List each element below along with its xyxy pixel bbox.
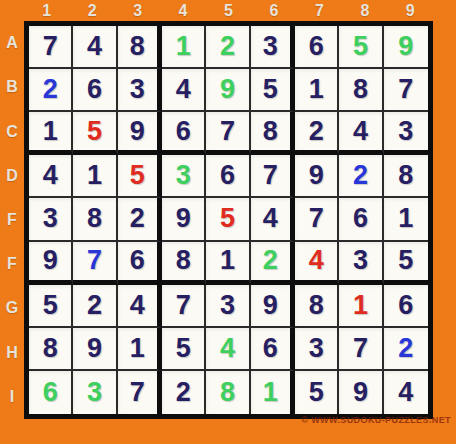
cell-F2[interactable]: 8 xyxy=(73,198,117,241)
row-label-2-B: B xyxy=(0,65,24,109)
cell-I4[interactable]: 2 xyxy=(162,371,206,414)
cell-D8[interactable]: 2 xyxy=(339,155,383,198)
cell-C3[interactable]: 9 xyxy=(118,112,162,155)
cell-F1[interactable]: 3 xyxy=(29,198,73,241)
col-label-4: 4 xyxy=(160,0,205,21)
row-label-3-C: C xyxy=(0,109,24,153)
cell-F1[interactable]: 9 xyxy=(29,242,73,285)
cell-F9[interactable]: 5 xyxy=(384,242,428,285)
cell-D4[interactable]: 3 xyxy=(162,155,206,198)
cell-I3[interactable]: 7 xyxy=(118,371,162,414)
cell-C6[interactable]: 8 xyxy=(251,112,295,155)
col-label-8: 8 xyxy=(342,0,387,21)
cell-F6[interactable]: 2 xyxy=(251,242,295,285)
cell-B2[interactable]: 6 xyxy=(73,69,117,112)
cell-C8[interactable]: 4 xyxy=(339,112,383,155)
cell-B9[interactable]: 7 xyxy=(384,69,428,112)
cell-G5[interactable]: 3 xyxy=(206,285,250,328)
cell-H1[interactable]: 8 xyxy=(29,328,73,371)
cell-H8[interactable]: 7 xyxy=(339,328,383,371)
cell-A4[interactable]: 1 xyxy=(162,26,206,69)
cell-H7[interactable]: 3 xyxy=(295,328,339,371)
cell-D2[interactable]: 1 xyxy=(73,155,117,198)
row-label-7-G: G xyxy=(0,286,24,330)
cell-H9[interactable]: 2 xyxy=(384,328,428,371)
cell-F7[interactable]: 4 xyxy=(295,242,339,285)
cell-D3[interactable]: 5 xyxy=(118,155,162,198)
column-labels: 123456789 xyxy=(24,0,433,21)
cell-D9[interactable]: 8 xyxy=(384,155,428,198)
cell-F5[interactable]: 5 xyxy=(206,198,250,241)
cell-C7[interactable]: 2 xyxy=(295,112,339,155)
cell-H4[interactable]: 5 xyxy=(162,328,206,371)
cell-F8[interactable]: 6 xyxy=(339,198,383,241)
cell-G9[interactable]: 6 xyxy=(384,285,428,328)
cell-A3[interactable]: 8 xyxy=(118,26,162,69)
cell-H6[interactable]: 6 xyxy=(251,328,295,371)
cell-I1[interactable]: 6 xyxy=(29,371,73,414)
cell-B5[interactable]: 9 xyxy=(206,69,250,112)
cell-H5[interactable]: 4 xyxy=(206,328,250,371)
cell-D7[interactable]: 9 xyxy=(295,155,339,198)
cell-G3[interactable]: 4 xyxy=(118,285,162,328)
sudoku-page: 123456789 ABCDFFGHI 74812365926349518715… xyxy=(0,0,456,444)
cell-F2[interactable]: 7 xyxy=(73,242,117,285)
cell-F8[interactable]: 3 xyxy=(339,242,383,285)
row-label-6-F: F xyxy=(0,242,24,286)
cell-C1[interactable]: 1 xyxy=(29,112,73,155)
cell-I8[interactable]: 9 xyxy=(339,371,383,414)
cell-B1[interactable]: 2 xyxy=(29,69,73,112)
cell-D1[interactable]: 4 xyxy=(29,155,73,198)
cell-I5[interactable]: 8 xyxy=(206,371,250,414)
cell-H2[interactable]: 9 xyxy=(73,328,117,371)
cell-C2[interactable]: 5 xyxy=(73,112,117,155)
cell-G4[interactable]: 7 xyxy=(162,285,206,328)
cell-A1[interactable]: 7 xyxy=(29,26,73,69)
cell-F5[interactable]: 1 xyxy=(206,242,250,285)
cell-D6[interactable]: 7 xyxy=(251,155,295,198)
cell-B7[interactable]: 1 xyxy=(295,69,339,112)
cell-G8[interactable]: 1 xyxy=(339,285,383,328)
cell-A5[interactable]: 2 xyxy=(206,26,250,69)
cell-F4[interactable]: 8 xyxy=(162,242,206,285)
cell-A2[interactable]: 4 xyxy=(73,26,117,69)
watermark: © WWW.SUDOKU-PUZZLES.NET xyxy=(301,415,451,425)
row-label-1-A: A xyxy=(0,21,24,65)
col-label-3: 3 xyxy=(115,0,160,21)
cell-F4[interactable]: 9 xyxy=(162,198,206,241)
cell-G2[interactable]: 2 xyxy=(73,285,117,328)
cell-F3[interactable]: 6 xyxy=(118,242,162,285)
cell-C5[interactable]: 7 xyxy=(206,112,250,155)
cell-B3[interactable]: 3 xyxy=(118,69,162,112)
cell-D5[interactable]: 6 xyxy=(206,155,250,198)
cell-C4[interactable]: 6 xyxy=(162,112,206,155)
cell-G7[interactable]: 8 xyxy=(295,285,339,328)
cell-B8[interactable]: 8 xyxy=(339,69,383,112)
cell-A9[interactable]: 9 xyxy=(384,26,428,69)
col-label-7: 7 xyxy=(297,0,342,21)
cell-I2[interactable]: 3 xyxy=(73,371,117,414)
sudoku-board: 7481236592634951871596782434153679283829… xyxy=(24,21,433,419)
cell-I7[interactable]: 5 xyxy=(295,371,339,414)
cell-C9[interactable]: 3 xyxy=(384,112,428,155)
row-label-8-H: H xyxy=(0,331,24,375)
cell-A8[interactable]: 5 xyxy=(339,26,383,69)
cell-F6[interactable]: 4 xyxy=(251,198,295,241)
row-label-4-D: D xyxy=(0,154,24,198)
cell-G1[interactable]: 5 xyxy=(29,285,73,328)
cell-I9[interactable]: 4 xyxy=(384,371,428,414)
cell-B6[interactable]: 5 xyxy=(251,69,295,112)
cell-B4[interactable]: 4 xyxy=(162,69,206,112)
col-label-9: 9 xyxy=(388,0,433,21)
col-label-2: 2 xyxy=(69,0,114,21)
cell-G6[interactable]: 9 xyxy=(251,285,295,328)
col-label-1: 1 xyxy=(24,0,69,21)
cell-F9[interactable]: 1 xyxy=(384,198,428,241)
row-label-5-F: F xyxy=(0,198,24,242)
col-label-6: 6 xyxy=(251,0,296,21)
row-labels: ABCDFFGHI xyxy=(0,21,24,419)
cell-H3[interactable]: 1 xyxy=(118,328,162,371)
cell-F3[interactable]: 2 xyxy=(118,198,162,241)
cell-I6[interactable]: 1 xyxy=(251,371,295,414)
cell-F7[interactable]: 7 xyxy=(295,198,339,241)
row-label-9-I: I xyxy=(0,375,24,419)
col-label-5: 5 xyxy=(206,0,251,21)
cell-A7[interactable]: 6 xyxy=(295,26,339,69)
cell-A6[interactable]: 3 xyxy=(251,26,295,69)
